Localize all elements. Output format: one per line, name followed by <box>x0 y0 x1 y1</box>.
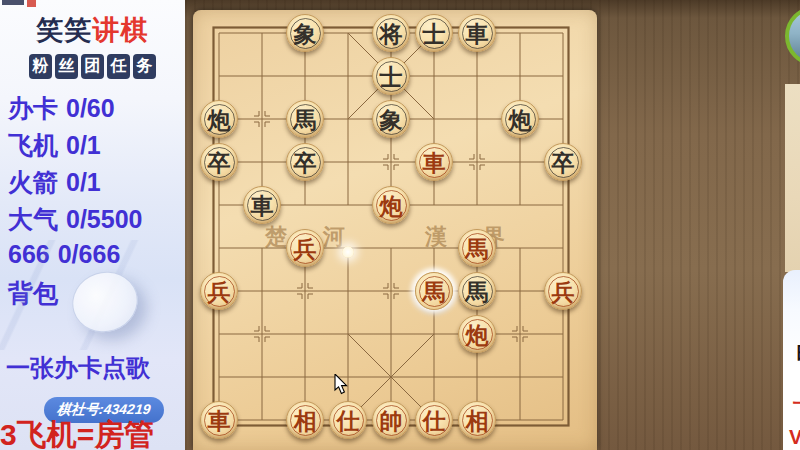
stream-info-panel: 直播时间 晚上 7：00-12：30 飞机 备注昵称+VX VX：xiaoxia… <box>783 270 800 450</box>
piece-red-3-9[interactable]: 仕 <box>329 401 367 439</box>
top-fragment-navy <box>2 0 24 5</box>
channel-title-part1: 笑笑 <box>37 15 93 45</box>
piece-red-6-5[interactable]: 馬 <box>458 229 496 267</box>
piece-black-4-1[interactable]: 士 <box>372 57 410 95</box>
piece-red-6-7[interactable]: 炮 <box>458 315 496 353</box>
piece-red-4-4[interactable]: 炮 <box>372 186 410 224</box>
opponent-bar: R [业9-1] 范春亮 局时 14:18 步时 <box>783 4 800 82</box>
piece-red-6-9[interactable]: 相 <box>458 401 496 439</box>
contact-line-1: 飞机 备注昵称+VX <box>793 398 800 425</box>
piece-black-2-2[interactable]: 馬 <box>286 100 324 138</box>
last-move-from-marker <box>342 246 354 258</box>
piece-red-0-9[interactable]: 車 <box>200 401 238 439</box>
task-item: 飞机0/1 <box>8 129 185 166</box>
piece-black-0-2[interactable]: 炮 <box>200 100 238 138</box>
mouse-cursor <box>334 374 350 396</box>
streamer-webcam <box>785 84 800 272</box>
opponent-avatar[interactable] <box>785 6 800 66</box>
piece-red-5-6[interactable]: 馬 <box>415 272 453 310</box>
channel-title: 笑笑讲棋 <box>0 12 185 48</box>
piece-red-5-9[interactable]: 仕 <box>415 401 453 439</box>
contact-line-2: VX：xiaoxiaoxiangqi <box>789 424 800 450</box>
piece-black-4-2[interactable]: 象 <box>372 100 410 138</box>
game-window: 楚 河 漢 界 象将士車士炮馬象炮卒卒卒車車炮兵馬兵馬馬兵炮車相仕帥仕相 R [… <box>185 0 800 450</box>
fan-club-badge: 粉丝团任务 <box>0 54 185 79</box>
fan-badge-char: 任 <box>107 54 130 79</box>
fan-badge-char: 务 <box>133 54 156 79</box>
piece-black-5-0[interactable]: 士 <box>415 14 453 52</box>
song-request-line: 一张办卡点歌 <box>6 352 185 384</box>
promo-line: 3飞机=房管 <box>0 415 185 450</box>
piece-black-8-3[interactable]: 卒 <box>544 143 582 181</box>
piece-black-4-0[interactable]: 将 <box>372 14 410 52</box>
pieces-layer: 象将士車士炮馬象炮卒卒卒車車炮兵馬兵馬馬兵炮車相仕帥仕相 <box>198 12 585 442</box>
task-item: 办卡0/60 <box>8 92 185 129</box>
task-item: 大气0/5500 <box>8 203 185 240</box>
piece-black-1-4[interactable]: 車 <box>243 186 281 224</box>
xiangqi-board: 楚 河 漢 界 象将士車士炮馬象炮卒卒卒車車炮兵馬兵馬馬兵炮車相仕帥仕相 <box>193 10 597 450</box>
piece-red-8-6[interactable]: 兵 <box>544 272 582 310</box>
channel-title-part2: 讲棋 <box>93 15 149 45</box>
piece-red-5-3[interactable]: 車 <box>415 143 453 181</box>
piece-black-0-3[interactable]: 卒 <box>200 143 238 181</box>
piece-red-0-6[interactable]: 兵 <box>200 272 238 310</box>
piece-black-7-2[interactable]: 炮 <box>501 100 539 138</box>
fan-badge-char: 丝 <box>55 54 78 79</box>
task-item: 火箭0/1 <box>8 166 185 203</box>
fan-badge-char: 团 <box>81 54 104 79</box>
piece-black-6-6[interactable]: 馬 <box>458 272 496 310</box>
piece-red-2-9[interactable]: 相 <box>286 401 324 439</box>
piece-black-2-0[interactable]: 象 <box>286 14 324 52</box>
piece-red-4-9[interactable]: 帥 <box>372 401 410 439</box>
fan-badge-char: 粉 <box>29 54 52 79</box>
top-fragment-red <box>27 0 36 7</box>
piece-black-6-0[interactable]: 車 <box>458 14 496 52</box>
piece-red-2-5[interactable]: 兵 <box>286 229 324 267</box>
piece-black-2-3[interactable]: 卒 <box>286 143 324 181</box>
stream-screenshot: 笑笑讲棋 粉丝团任务 办卡0/60飞机0/1火箭0/1大气0/55006660/… <box>0 0 800 450</box>
left-overlay-panel: 笑笑讲棋 粉丝团任务 办卡0/60飞机0/1火箭0/1大气0/55006660/… <box>0 0 185 450</box>
